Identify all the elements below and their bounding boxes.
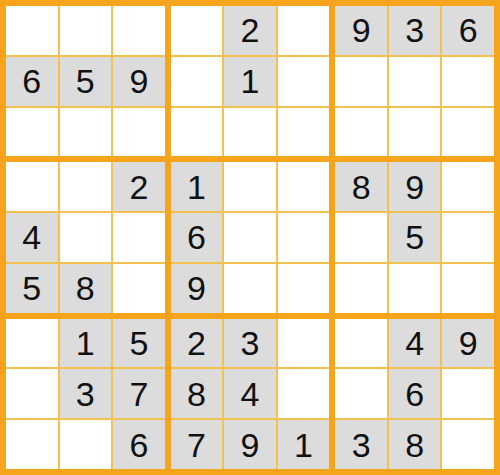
cell-r8c3: 7 (113, 369, 165, 418)
cell-r5c6[interactable] (278, 213, 330, 262)
cell-r5c1: 4 (6, 213, 58, 262)
box-7: 15376 (6, 319, 165, 469)
cell-r2c8[interactable] (389, 57, 441, 106)
cell-r5c8: 5 (389, 213, 441, 262)
cell-r7c3: 5 (113, 319, 165, 368)
cell-r9c9[interactable] (442, 420, 494, 469)
cell-r7c6[interactable] (278, 319, 330, 368)
cell-r3c9[interactable] (442, 108, 494, 157)
cell-r7c1[interactable] (6, 319, 58, 368)
cell-r6c5[interactable] (224, 264, 276, 313)
cell-r6c2: 8 (60, 264, 112, 313)
cell-r9c2[interactable] (60, 420, 112, 469)
cell-r7c7[interactable] (335, 319, 387, 368)
box-6: 895 (335, 162, 494, 312)
cell-r3c3[interactable] (113, 108, 165, 157)
cell-r4c2[interactable] (60, 162, 112, 211)
cell-r1c7: 9 (335, 6, 387, 55)
cell-r5c2[interactable] (60, 213, 112, 262)
cell-r5c5[interactable] (224, 213, 276, 262)
cell-r2c5: 1 (224, 57, 276, 106)
cell-r2c2: 5 (60, 57, 112, 106)
cell-r9c8: 8 (389, 420, 441, 469)
cell-r1c6[interactable] (278, 6, 330, 55)
cell-r4c5[interactable] (224, 162, 276, 211)
cell-r3c2[interactable] (60, 108, 112, 157)
cell-r9c1[interactable] (6, 420, 58, 469)
cell-r4c9[interactable] (442, 162, 494, 211)
cell-r1c1[interactable] (6, 6, 58, 55)
cell-r8c9[interactable] (442, 369, 494, 418)
cell-r3c5[interactable] (224, 108, 276, 157)
cell-r8c6[interactable] (278, 369, 330, 418)
cell-r7c2: 1 (60, 319, 112, 368)
cell-r5c9[interactable] (442, 213, 494, 262)
cell-r9c5: 9 (224, 420, 276, 469)
cell-r6c4: 9 (171, 264, 223, 313)
cell-r8c8: 6 (389, 369, 441, 418)
cell-r4c8: 9 (389, 162, 441, 211)
box-8: 2384791 (171, 319, 330, 469)
box-4: 2458 (6, 162, 165, 312)
cell-r6c7[interactable] (335, 264, 387, 313)
cell-r8c7[interactable] (335, 369, 387, 418)
cell-r3c7[interactable] (335, 108, 387, 157)
box-1: 659 (6, 6, 165, 156)
cell-r8c4: 8 (171, 369, 223, 418)
box-2: 21 (171, 6, 330, 156)
cell-r2c6[interactable] (278, 57, 330, 106)
cell-r8c2: 3 (60, 369, 112, 418)
cell-r5c3[interactable] (113, 213, 165, 262)
cell-r1c2[interactable] (60, 6, 112, 55)
cell-r1c4[interactable] (171, 6, 223, 55)
cell-r9c6: 1 (278, 420, 330, 469)
cell-r8c5: 4 (224, 369, 276, 418)
cell-r3c8[interactable] (389, 108, 441, 157)
cell-r9c3: 6 (113, 420, 165, 469)
cell-r3c4[interactable] (171, 108, 223, 157)
cell-r7c8: 4 (389, 319, 441, 368)
cell-r4c3: 2 (113, 162, 165, 211)
box-5: 169 (171, 162, 330, 312)
cell-r1c3[interactable] (113, 6, 165, 55)
sudoku-board: 65921936245816989515376238479149638 (0, 0, 500, 475)
cell-r2c9[interactable] (442, 57, 494, 106)
cell-r9c4: 7 (171, 420, 223, 469)
cell-r1c5: 2 (224, 6, 276, 55)
cell-r4c1[interactable] (6, 162, 58, 211)
cell-r7c5: 3 (224, 319, 276, 368)
cell-r3c1[interactable] (6, 108, 58, 157)
cell-r5c7[interactable] (335, 213, 387, 262)
cell-r4c6[interactable] (278, 162, 330, 211)
cell-r7c9: 9 (442, 319, 494, 368)
cell-r4c4: 1 (171, 162, 223, 211)
cell-r2c4[interactable] (171, 57, 223, 106)
cell-r2c3: 9 (113, 57, 165, 106)
cell-r6c3[interactable] (113, 264, 165, 313)
cell-r3c6[interactable] (278, 108, 330, 157)
cell-r8c1[interactable] (6, 369, 58, 418)
cell-r7c4: 2 (171, 319, 223, 368)
cell-r6c8[interactable] (389, 264, 441, 313)
cell-r1c8: 3 (389, 6, 441, 55)
cell-r6c9[interactable] (442, 264, 494, 313)
cell-r4c7: 8 (335, 162, 387, 211)
cell-r9c7: 3 (335, 420, 387, 469)
cell-r2c7[interactable] (335, 57, 387, 106)
cell-r5c4: 6 (171, 213, 223, 262)
cell-r1c9: 6 (442, 6, 494, 55)
cell-r6c6[interactable] (278, 264, 330, 313)
box-9: 49638 (335, 319, 494, 469)
cell-r6c1: 5 (6, 264, 58, 313)
box-3: 936 (335, 6, 494, 156)
cell-r2c1: 6 (6, 57, 58, 106)
